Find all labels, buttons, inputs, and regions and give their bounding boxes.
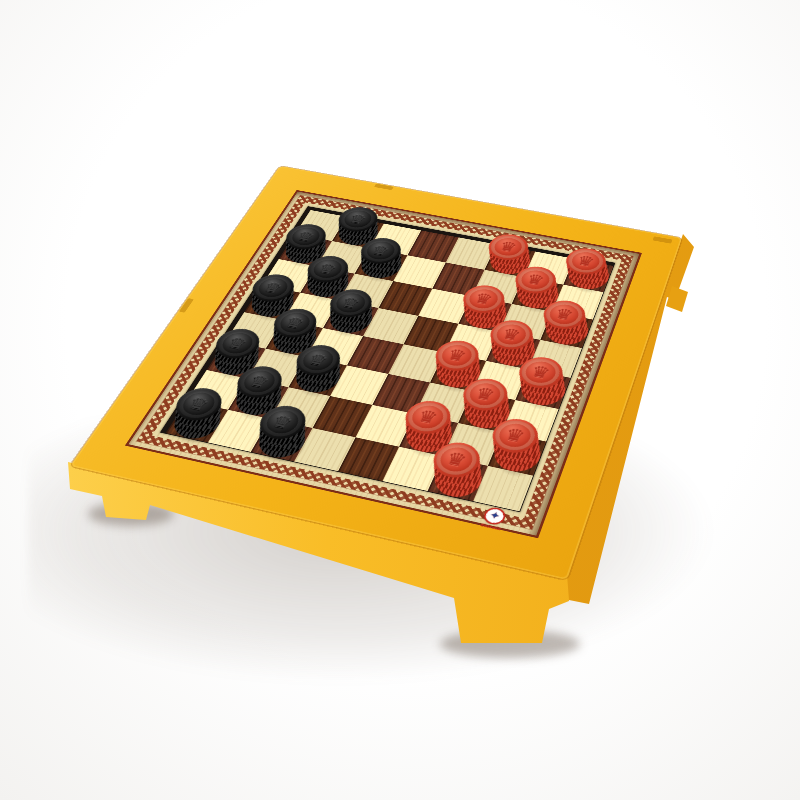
checker-piece-red[interactable]: ♛ (428, 457, 487, 501)
checker-piece-red[interactable]: ♛ (564, 259, 613, 292)
rim-notch (653, 236, 673, 243)
rim-notch (374, 184, 394, 190)
checker-piece-black[interactable]: ♛ (323, 301, 377, 336)
product-photo-scene: ✦ Estrela ♛♛♛♛♛♛♛♛♛♛♛♛♛♛♛♛♛♛♛♛♛♛♛♛ (0, 0, 800, 800)
checker-piece-red[interactable]: ♛ (516, 370, 570, 409)
checker-piece-black[interactable]: ♛ (289, 357, 346, 395)
rim-notch (179, 298, 194, 313)
checker-piece-red[interactable]: ♛ (488, 433, 545, 476)
checker-piece-black[interactable]: ♛ (355, 248, 407, 280)
checker-piece-red[interactable]: ♛ (541, 312, 593, 348)
